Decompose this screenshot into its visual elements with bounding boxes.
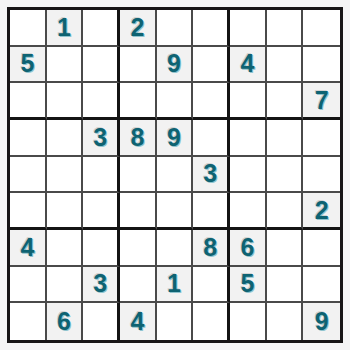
cell-r5c7[interactable] [230,157,267,194]
cell-r1c7[interactable] [230,10,267,47]
cell-r4c5[interactable]: 9 [157,120,194,157]
cell-r3c6[interactable] [193,83,230,120]
cell-r8c5[interactable]: 1 [157,267,194,304]
cell-r6c3[interactable] [83,193,120,230]
cell-r8c3[interactable]: 3 [83,267,120,304]
cell-r3c5[interactable] [157,83,194,120]
cell-r9c6[interactable] [193,303,230,340]
cell-r4c1[interactable] [10,120,47,157]
cell-r5c2[interactable] [47,157,84,194]
cell-r1c1[interactable] [10,10,47,47]
cell-r1c4[interactable]: 2 [120,10,157,47]
cell-r9c7[interactable] [230,303,267,340]
cell-r7c9[interactable] [303,230,340,267]
cell-r7c6[interactable]: 8 [193,230,230,267]
cell-r9c8[interactable] [267,303,304,340]
cell-r2c8[interactable] [267,47,304,84]
cell-r2c5[interactable]: 9 [157,47,194,84]
cell-r6c1[interactable] [10,193,47,230]
cell-r1c8[interactable] [267,10,304,47]
cell-r7c4[interactable] [120,230,157,267]
cell-r2c1[interactable]: 5 [10,47,47,84]
cell-r9c4[interactable]: 4 [120,303,157,340]
cell-r4c8[interactable] [267,120,304,157]
cell-r4c4[interactable]: 8 [120,120,157,157]
cell-r1c2[interactable]: 1 [47,10,84,47]
cell-r6c8[interactable] [267,193,304,230]
cell-r6c5[interactable] [157,193,194,230]
cell-r3c3[interactable] [83,83,120,120]
cell-r6c9[interactable]: 2 [303,193,340,230]
cell-r3c4[interactable] [120,83,157,120]
cell-r8c9[interactable] [303,267,340,304]
cell-r2c9[interactable] [303,47,340,84]
cell-r8c2[interactable] [47,267,84,304]
cell-r7c1[interactable]: 4 [10,230,47,267]
cell-r4c9[interactable] [303,120,340,157]
cell-r2c2[interactable] [47,47,84,84]
cell-r9c9[interactable]: 9 [303,303,340,340]
cell-r5c5[interactable] [157,157,194,194]
cell-r1c3[interactable] [83,10,120,47]
cell-r6c6[interactable] [193,193,230,230]
cell-r6c2[interactable] [47,193,84,230]
cell-r6c4[interactable] [120,193,157,230]
cell-r2c7[interactable]: 4 [230,47,267,84]
cell-r9c5[interactable] [157,303,194,340]
cell-r1c5[interactable] [157,10,194,47]
cell-r5c3[interactable] [83,157,120,194]
cell-r8c7[interactable]: 5 [230,267,267,304]
cell-r3c8[interactable] [267,83,304,120]
page: { "game": "sudoku", "position": ".1.2...… [0,0,350,350]
cell-r5c8[interactable] [267,157,304,194]
cell-r9c2[interactable]: 6 [47,303,84,340]
cell-r9c3[interactable] [83,303,120,340]
cell-r5c9[interactable] [303,157,340,194]
cell-r3c2[interactable] [47,83,84,120]
cell-r2c4[interactable] [120,47,157,84]
cell-r4c3[interactable]: 3 [83,120,120,157]
cell-r3c7[interactable] [230,83,267,120]
cell-r2c6[interactable] [193,47,230,84]
cell-r4c2[interactable] [47,120,84,157]
cell-r8c6[interactable] [193,267,230,304]
cell-r4c6[interactable] [193,120,230,157]
cell-r3c9[interactable]: 7 [303,83,340,120]
sudoku-board: 12594738932486315649 [7,7,343,343]
cell-r6c7[interactable] [230,193,267,230]
cell-r5c6[interactable]: 3 [193,157,230,194]
cell-r3c1[interactable] [10,83,47,120]
cell-r1c9[interactable] [303,10,340,47]
cell-r4c7[interactable] [230,120,267,157]
cell-r7c7[interactable]: 6 [230,230,267,267]
cell-r7c5[interactable] [157,230,194,267]
cell-r9c1[interactable] [10,303,47,340]
cell-r7c3[interactable] [83,230,120,267]
cell-r7c8[interactable] [267,230,304,267]
cell-r7c2[interactable] [47,230,84,267]
cell-r1c6[interactable] [193,10,230,47]
cell-r2c3[interactable] [83,47,120,84]
cell-r8c4[interactable] [120,267,157,304]
cell-r5c1[interactable] [10,157,47,194]
cell-r5c4[interactable] [120,157,157,194]
cell-r8c1[interactable] [10,267,47,304]
cell-r8c8[interactable] [267,267,304,304]
